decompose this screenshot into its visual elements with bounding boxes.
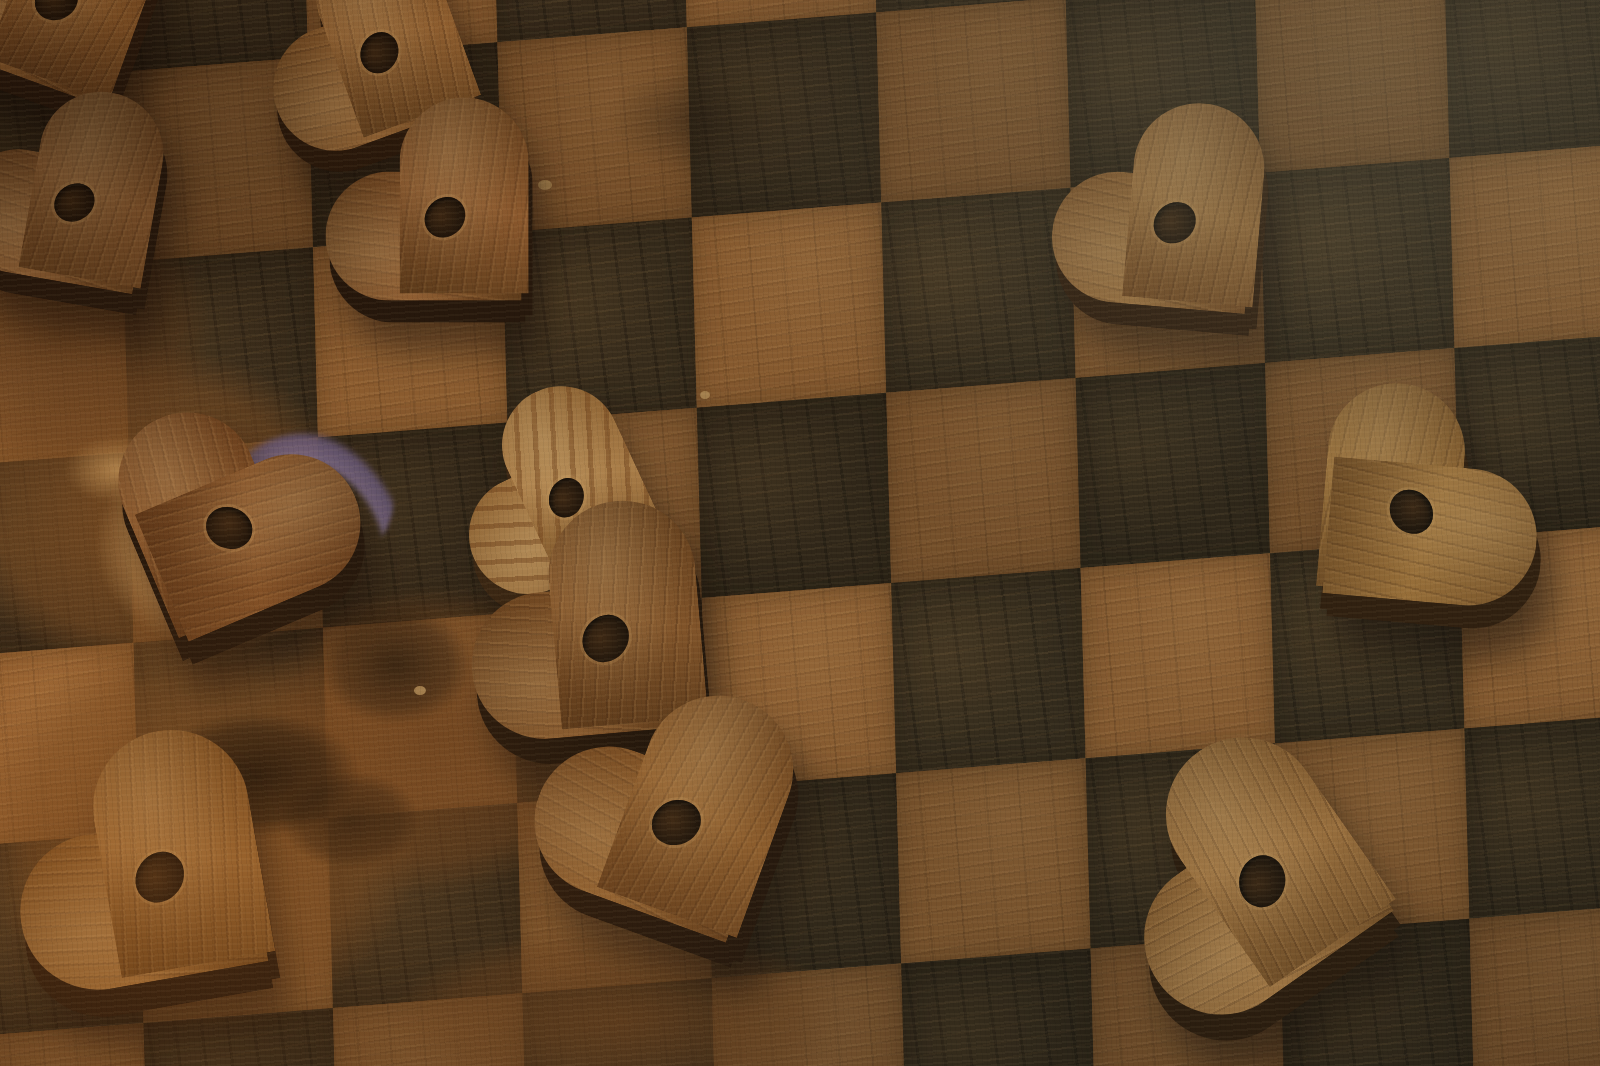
center-hole <box>28 0 84 27</box>
heart-shape <box>1024 77 1368 419</box>
heart-piece-D[interactable] <box>344 125 592 356</box>
heart-piece-L[interactable] <box>1152 750 1448 1025</box>
center-hole <box>416 188 474 246</box>
center-hole <box>573 606 638 672</box>
center-hole <box>354 26 405 80</box>
center-hole <box>47 176 102 230</box>
heart-shape <box>506 675 878 1037</box>
center-hole <box>200 500 258 555</box>
heart-piece-J[interactable] <box>1253 411 1517 657</box>
heart-shape <box>0 697 392 1066</box>
heart-shape <box>1206 354 1564 714</box>
heart-piece-K[interactable] <box>42 761 342 1040</box>
pieces-layer <box>0 0 1600 1066</box>
heart-piece-B[interactable] <box>0 117 211 338</box>
center-hole <box>126 843 194 912</box>
heart-piece-F[interactable] <box>83 436 349 683</box>
center-hole <box>1146 194 1205 252</box>
heart-piece-I[interactable] <box>549 723 835 989</box>
heart-shape <box>46 395 385 724</box>
heart-shape <box>1139 718 1461 1057</box>
center-hole <box>1381 481 1442 542</box>
heart-piece-E[interactable] <box>1070 131 1322 365</box>
center-hole <box>1235 852 1289 911</box>
center-hole <box>644 792 708 853</box>
heart-shape <box>0 69 253 387</box>
